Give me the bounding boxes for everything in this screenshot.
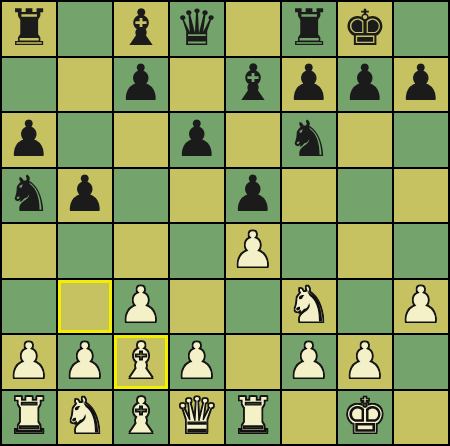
chess-board: ♜♝♛♜♚♟♝♟♟♟♟♟♞♞♟♟♟♟♞♟♟♟♝♟♟♟♜♞♝♛♜♚ — [0, 0, 450, 446]
square-a7[interactable] — [2, 58, 56, 112]
square-e8[interactable] — [226, 2, 280, 56]
square-d7[interactable] — [170, 58, 224, 112]
square-a1[interactable]: ♜ — [2, 391, 56, 445]
square-c4[interactable] — [114, 224, 168, 278]
square-d2[interactable]: ♟ — [170, 335, 224, 389]
square-d3[interactable] — [170, 280, 224, 334]
square-g5[interactable] — [338, 169, 392, 223]
piece-black-pawn[interactable]: ♟ — [231, 169, 276, 219]
piece-black-rook[interactable]: ♜ — [287, 3, 332, 53]
square-e3[interactable] — [226, 280, 280, 334]
piece-white-pawn[interactable]: ♟ — [63, 336, 108, 386]
piece-white-pawn[interactable]: ♟ — [343, 336, 388, 386]
square-f3[interactable]: ♞ — [282, 280, 336, 334]
square-c5[interactable] — [114, 169, 168, 223]
square-b8[interactable] — [58, 2, 112, 56]
square-b5[interactable]: ♟ — [58, 169, 112, 223]
square-h6[interactable] — [394, 113, 448, 167]
piece-white-bishop[interactable]: ♝ — [119, 336, 164, 386]
square-g3[interactable] — [338, 280, 392, 334]
square-d8[interactable]: ♛ — [170, 2, 224, 56]
piece-black-rook[interactable]: ♜ — [7, 3, 52, 53]
piece-black-pawn[interactable]: ♟ — [287, 58, 332, 108]
square-f5[interactable] — [282, 169, 336, 223]
piece-black-knight[interactable]: ♞ — [287, 114, 332, 164]
square-h5[interactable] — [394, 169, 448, 223]
square-b7[interactable] — [58, 58, 112, 112]
piece-white-knight[interactable]: ♞ — [63, 391, 108, 441]
square-h7[interactable]: ♟ — [394, 58, 448, 112]
square-a3[interactable] — [2, 280, 56, 334]
piece-black-queen[interactable]: ♛ — [175, 3, 220, 53]
square-c8[interactable]: ♝ — [114, 2, 168, 56]
square-a6[interactable]: ♟ — [2, 113, 56, 167]
square-f7[interactable]: ♟ — [282, 58, 336, 112]
square-a8[interactable]: ♜ — [2, 2, 56, 56]
square-c1[interactable]: ♝ — [114, 391, 168, 445]
square-e6[interactable] — [226, 113, 280, 167]
square-h2[interactable] — [394, 335, 448, 389]
square-f6[interactable]: ♞ — [282, 113, 336, 167]
square-c2[interactable]: ♝ — [114, 335, 168, 389]
square-e2[interactable] — [226, 335, 280, 389]
piece-black-knight[interactable]: ♞ — [7, 169, 52, 219]
square-b6[interactable] — [58, 113, 112, 167]
piece-white-pawn[interactable]: ♟ — [119, 280, 164, 330]
square-f1[interactable] — [282, 391, 336, 445]
piece-white-rook[interactable]: ♜ — [231, 391, 276, 441]
square-a2[interactable]: ♟ — [2, 335, 56, 389]
piece-white-pawn[interactable]: ♟ — [399, 280, 444, 330]
square-b1[interactable]: ♞ — [58, 391, 112, 445]
square-c7[interactable]: ♟ — [114, 58, 168, 112]
square-e5[interactable]: ♟ — [226, 169, 280, 223]
square-g1[interactable]: ♚ — [338, 391, 392, 445]
square-g2[interactable]: ♟ — [338, 335, 392, 389]
piece-white-queen[interactable]: ♛ — [175, 391, 220, 441]
square-d6[interactable]: ♟ — [170, 113, 224, 167]
square-h4[interactable] — [394, 224, 448, 278]
square-b2[interactable]: ♟ — [58, 335, 112, 389]
piece-black-bishop[interactable]: ♝ — [119, 3, 164, 53]
square-e1[interactable]: ♜ — [226, 391, 280, 445]
piece-black-king[interactable]: ♚ — [343, 3, 388, 53]
square-c6[interactable] — [114, 113, 168, 167]
square-g4[interactable] — [338, 224, 392, 278]
piece-white-pawn[interactable]: ♟ — [175, 336, 220, 386]
square-c3[interactable]: ♟ — [114, 280, 168, 334]
piece-white-rook[interactable]: ♜ — [7, 391, 52, 441]
piece-white-knight[interactable]: ♞ — [287, 280, 332, 330]
piece-white-pawn[interactable]: ♟ — [231, 225, 276, 275]
square-d4[interactable] — [170, 224, 224, 278]
piece-black-pawn[interactable]: ♟ — [343, 58, 388, 108]
square-f2[interactable]: ♟ — [282, 335, 336, 389]
piece-black-pawn[interactable]: ♟ — [63, 169, 108, 219]
square-b4[interactable] — [58, 224, 112, 278]
square-d1[interactable]: ♛ — [170, 391, 224, 445]
square-f4[interactable] — [282, 224, 336, 278]
piece-white-bishop[interactable]: ♝ — [119, 391, 164, 441]
square-h8[interactable] — [394, 2, 448, 56]
square-h1[interactable] — [394, 391, 448, 445]
piece-black-bishop[interactable]: ♝ — [231, 58, 276, 108]
piece-black-pawn[interactable]: ♟ — [7, 114, 52, 164]
square-e4[interactable]: ♟ — [226, 224, 280, 278]
square-f8[interactable]: ♜ — [282, 2, 336, 56]
piece-white-king[interactable]: ♚ — [343, 391, 388, 441]
piece-black-pawn[interactable]: ♟ — [119, 58, 164, 108]
piece-white-pawn[interactable]: ♟ — [7, 336, 52, 386]
square-a5[interactable]: ♞ — [2, 169, 56, 223]
square-d5[interactable] — [170, 169, 224, 223]
piece-black-pawn[interactable]: ♟ — [175, 114, 220, 164]
square-e7[interactable]: ♝ — [226, 58, 280, 112]
square-a4[interactable] — [2, 224, 56, 278]
piece-black-pawn[interactable]: ♟ — [399, 58, 444, 108]
square-g7[interactable]: ♟ — [338, 58, 392, 112]
square-g6[interactable] — [338, 113, 392, 167]
piece-white-pawn[interactable]: ♟ — [287, 336, 332, 386]
square-b3[interactable] — [58, 280, 112, 334]
square-g8[interactable]: ♚ — [338, 2, 392, 56]
square-h3[interactable]: ♟ — [394, 280, 448, 334]
